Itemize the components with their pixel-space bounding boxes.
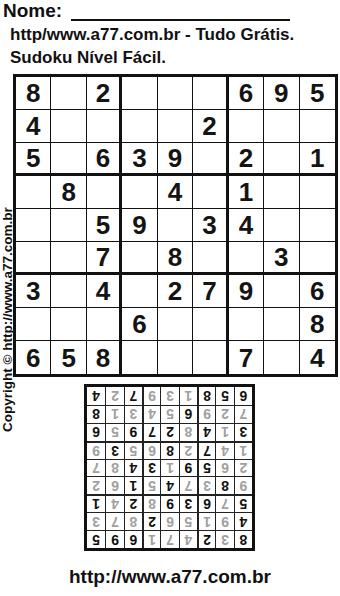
solution-cell-r4c3: 3: [197, 476, 215, 494]
cell-r2c8: [264, 110, 299, 143]
solution-cell-r8c5: 5: [160, 405, 178, 423]
solution-cell-r3c2: 7: [215, 494, 233, 512]
cell-r5c1: [16, 209, 51, 242]
cell-r1c8: 9: [264, 77, 299, 110]
solution-cell-r6c7: 5: [124, 441, 142, 459]
solution-cell-r6c5: 8: [160, 441, 178, 459]
copyright-vertical: Copyright © http://www.a77.com.br: [0, 84, 15, 432]
cell-r6c8: 3: [264, 242, 299, 275]
solution-cell-r6c6: 6: [142, 441, 160, 459]
cell-r8c2: [51, 308, 86, 341]
solution-cell-r9c8: 2: [105, 387, 123, 405]
cell-r6c2: [51, 242, 86, 275]
cell-r3c1: 5: [16, 143, 51, 176]
cell-r7c9: 6: [300, 275, 335, 308]
cell-r7c4: [122, 275, 157, 308]
cell-r5c2: [51, 209, 86, 242]
solution-cell-r6c4: 2: [179, 441, 197, 459]
solution-cell-r8c8: 1: [105, 405, 123, 423]
solution-cell-r2c7: 8: [124, 512, 142, 530]
cell-r7c1: 3: [16, 275, 51, 308]
cell-r9c9: 4: [300, 341, 335, 374]
solution-cell-r8c6: 4: [142, 405, 160, 423]
cell-r4c2: 8: [51, 176, 86, 209]
solution-cell-r4c2: 8: [215, 476, 233, 494]
cell-r1c4: [122, 77, 157, 110]
solution-cell-r3c4: 3: [179, 494, 197, 512]
cell-r8c6: [193, 308, 228, 341]
solution-cell-r8c9: 8: [87, 405, 105, 423]
solution-cell-r3c7: 2: [124, 494, 142, 512]
solution-cell-r3c3: 6: [197, 494, 215, 512]
cell-r9c4: [122, 341, 157, 374]
cell-r1c7: 6: [229, 77, 264, 110]
cell-r3c5: 9: [158, 143, 193, 176]
site-line: http/www.a77.com.br - Tudo Grátis.: [10, 25, 294, 45]
solution-cell-r5c1: 2: [234, 459, 252, 477]
cell-r6c1: [16, 242, 51, 275]
cell-r5c8: [264, 209, 299, 242]
cell-r2c6: 2: [193, 110, 228, 143]
cell-r9c8: [264, 341, 299, 374]
solution-cell-r2c2: 9: [215, 512, 233, 530]
solution-cell-r7c2: 1: [215, 423, 233, 441]
cell-r9c3: 8: [87, 341, 122, 374]
solution-cell-r5c4: 9: [179, 459, 197, 477]
solution-cell-r6c2: 4: [215, 441, 233, 459]
solution-cell-r2c9: 3: [87, 512, 105, 530]
cell-r3c8: [264, 143, 299, 176]
cell-r4c1: [16, 176, 51, 209]
solution-grid: 8324716954915628735763982419837451622659…: [84, 384, 255, 551]
cell-r5c6: 3: [193, 209, 228, 242]
cell-r9c1: 6: [16, 341, 51, 374]
cell-r3c4: 3: [122, 143, 157, 176]
cell-r4c4: [122, 176, 157, 209]
solution-cell-r4c6: 5: [142, 476, 160, 494]
cell-r3c6: [193, 143, 228, 176]
cell-r4c9: [300, 176, 335, 209]
cell-r7c3: 4: [87, 275, 122, 308]
solution-cell-r3c9: 1: [87, 494, 105, 512]
cell-r1c2: [51, 77, 86, 110]
solution-cell-r2c8: 7: [105, 512, 123, 530]
solution-cell-r5c3: 5: [197, 459, 215, 477]
name-blank-line: [71, 2, 290, 21]
solution-cell-r7c3: 4: [197, 423, 215, 441]
solution-cell-r2c1: 4: [234, 512, 252, 530]
cell-r1c6: [193, 77, 228, 110]
cell-r1c5: [158, 77, 193, 110]
solution-cell-r7c5: 2: [160, 423, 178, 441]
solution-cell-r3c6: 8: [142, 494, 160, 512]
cell-r9c7: 7: [229, 341, 264, 374]
solution-cell-r8c3: 9: [197, 405, 215, 423]
solution-cell-r9c5: 3: [160, 387, 178, 405]
cell-r2c7: [229, 110, 264, 143]
cell-r1c3: 2: [87, 77, 122, 110]
solution-cell-r1c1: 8: [234, 530, 252, 548]
solution-cell-r5c8: 8: [105, 459, 123, 477]
solution-cell-r9c4: 1: [179, 387, 197, 405]
cell-r6c4: [122, 242, 157, 275]
cell-r8c7: [229, 308, 264, 341]
solution-cell-r3c8: 4: [105, 494, 123, 512]
solution-cell-r1c7: 6: [124, 530, 142, 548]
cell-r9c2: 5: [51, 341, 86, 374]
cell-r8c4: 6: [122, 308, 157, 341]
footer-url: http://www.a77.com.br: [0, 566, 340, 588]
cell-r6c6: [193, 242, 228, 275]
solution-cell-r1c2: 3: [215, 530, 233, 548]
page-title: Sudoku Nível Fácil.: [10, 48, 166, 68]
solution-cell-r5c2: 6: [215, 459, 233, 477]
cell-r3c3: 6: [87, 143, 122, 176]
cell-r4c7: 1: [229, 176, 264, 209]
solution-cell-r2c3: 1: [197, 512, 215, 530]
cell-r2c4: [122, 110, 157, 143]
solution-cell-r7c7: 9: [124, 423, 142, 441]
solution-cell-r6c9: 9: [87, 441, 105, 459]
cell-r3c2: [51, 143, 86, 176]
cell-r2c3: [87, 110, 122, 143]
solution-cell-r9c7: 7: [124, 387, 142, 405]
cell-r6c5: 8: [158, 242, 193, 275]
cell-r4c6: [193, 176, 228, 209]
solution-cell-r5c9: 7: [87, 459, 105, 477]
solution-cell-r5c6: 3: [142, 459, 160, 477]
solution-cell-r9c9: 4: [87, 387, 105, 405]
cell-r7c5: 2: [158, 275, 193, 308]
solution-cell-r4c4: 7: [179, 476, 197, 494]
solution-cell-r3c5: 9: [160, 494, 178, 512]
solution-cell-r5c7: 4: [124, 459, 142, 477]
solution-cell-r7c8: 5: [105, 423, 123, 441]
cell-r9c6: [193, 341, 228, 374]
solution-cell-r8c2: 2: [215, 405, 233, 423]
solution-cell-r8c7: 3: [124, 405, 142, 423]
solution-cell-r2c6: 2: [142, 512, 160, 530]
solution-cell-r4c9: 2: [87, 476, 105, 494]
cell-r5c7: 4: [229, 209, 264, 242]
cell-r1c1: 8: [16, 77, 51, 110]
solution-cell-r7c4: 8: [179, 423, 197, 441]
name-label: Nome:: [3, 0, 62, 22]
puzzle-grid: 826954256392184159347833427966865874: [13, 74, 338, 377]
solution-cell-r6c3: 7: [197, 441, 215, 459]
solution-cell-r6c8: 3: [105, 441, 123, 459]
cell-r7c6: 7: [193, 275, 228, 308]
cell-r8c5: [158, 308, 193, 341]
cell-r6c7: [229, 242, 264, 275]
solution-cell-r5c5: 1: [160, 459, 178, 477]
cell-r2c5: [158, 110, 193, 143]
cell-r2c9: [300, 110, 335, 143]
cell-r5c4: 9: [122, 209, 157, 242]
solution-cell-r9c1: 6: [234, 387, 252, 405]
cell-r7c2: [51, 275, 86, 308]
solution-cell-r9c6: 9: [142, 387, 160, 405]
solution-cell-r1c6: 1: [142, 530, 160, 548]
cell-r3c9: 1: [300, 143, 335, 176]
solution-cell-r8c4: 6: [179, 405, 197, 423]
cell-r5c3: 5: [87, 209, 122, 242]
cell-r2c2: [51, 110, 86, 143]
cell-r1c9: 5: [300, 77, 335, 110]
cell-r6c9: [300, 242, 335, 275]
solution-cell-r1c4: 4: [179, 530, 197, 548]
cell-r5c5: [158, 209, 193, 242]
solution-cell-r3c1: 5: [234, 494, 252, 512]
solution-cell-r1c9: 5: [87, 530, 105, 548]
cell-r2c1: 4: [16, 110, 51, 143]
cell-r5c9: [300, 209, 335, 242]
solution-cell-r4c5: 4: [160, 476, 178, 494]
solution-cell-r4c8: 6: [105, 476, 123, 494]
cell-r9c5: [158, 341, 193, 374]
solution-cell-r1c8: 9: [105, 530, 123, 548]
cell-r8c8: [264, 308, 299, 341]
cell-r3c7: 2: [229, 143, 264, 176]
solution-cell-r7c6: 7: [142, 423, 160, 441]
cell-r8c1: [16, 308, 51, 341]
solution-cell-r8c1: 7: [234, 405, 252, 423]
solution-cell-r4c1: 9: [234, 476, 252, 494]
cell-r6c3: 7: [87, 242, 122, 275]
solution-cell-r7c1: 3: [234, 423, 252, 441]
cell-r8c3: [87, 308, 122, 341]
solution-cell-r1c3: 2: [197, 530, 215, 548]
cell-r4c5: 4: [158, 176, 193, 209]
solution-cell-r1c5: 7: [160, 530, 178, 548]
solution-cell-r2c4: 5: [179, 512, 197, 530]
solution-cell-r6c1: 1: [234, 441, 252, 459]
cell-r4c8: [264, 176, 299, 209]
cell-r4c3: [87, 176, 122, 209]
solution-cell-r7c9: 6: [87, 423, 105, 441]
solution-cell-r9c3: 8: [197, 387, 215, 405]
cell-r7c7: 9: [229, 275, 264, 308]
solution-cell-r9c2: 5: [215, 387, 233, 405]
solution-cell-r4c7: 1: [124, 476, 142, 494]
cell-r8c9: 8: [300, 308, 335, 341]
solution-cell-r2c5: 6: [160, 512, 178, 530]
cell-r7c8: [264, 275, 299, 308]
